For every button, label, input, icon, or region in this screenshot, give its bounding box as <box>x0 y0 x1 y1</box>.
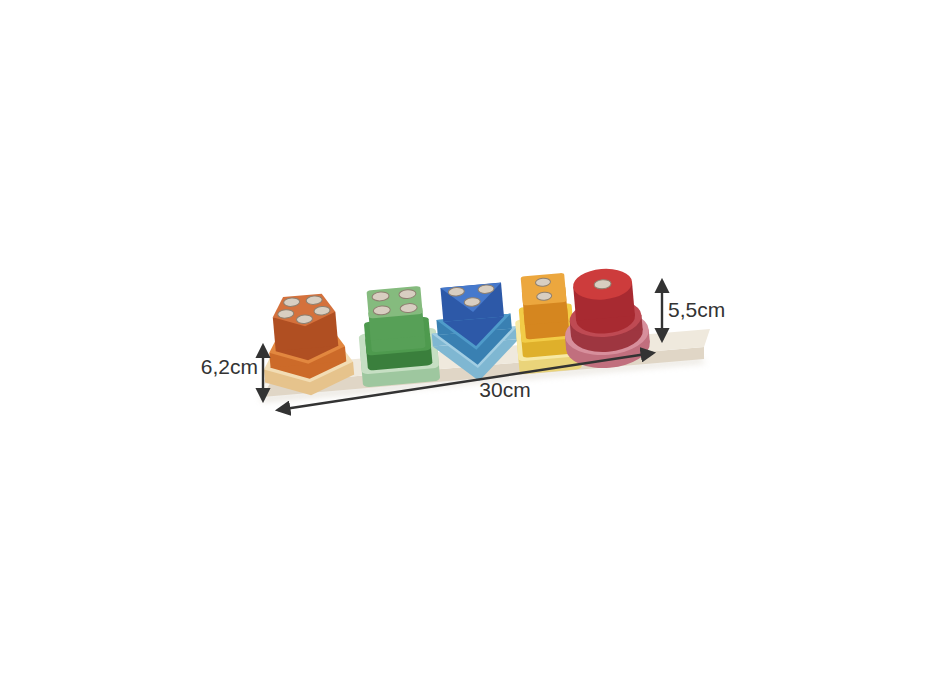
dim-label-height-right: 5,5cm <box>668 299 725 321</box>
dim-label-height-left: 6,2cm <box>200 356 258 378</box>
product-image: 6,2cm 5,5cm 30cm <box>0 0 928 686</box>
dim-label-length: 30cm <box>470 379 540 401</box>
rectangle-block-top <box>521 273 567 306</box>
toy-scene-svg <box>0 0 928 686</box>
stack-square-green <box>355 285 440 388</box>
